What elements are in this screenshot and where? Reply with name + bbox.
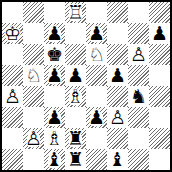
square-e2[interactable] [86, 128, 107, 149]
square-e8[interactable] [86, 2, 107, 23]
white-pawn-a4: ♙ [4, 86, 21, 107]
square-f7[interactable] [107, 23, 128, 44]
square-a4[interactable]: ♙ [2, 86, 23, 107]
square-c6[interactable]: ♚ [44, 44, 65, 65]
square-f2[interactable] [107, 128, 128, 149]
square-b2[interactable]: ♙ [23, 128, 44, 149]
square-f6[interactable] [107, 44, 128, 65]
white-pawn-f3: ♙ [109, 107, 126, 128]
square-f1[interactable]: ♝ [107, 149, 128, 170]
white-bishop-c2: ♗ [46, 128, 63, 149]
square-h8[interactable] [149, 2, 170, 23]
square-d1[interactable]: ♜ [65, 149, 86, 170]
square-h5[interactable] [149, 65, 170, 86]
square-e5[interactable] [86, 65, 107, 86]
black-pawn-e3: ♟ [88, 107, 105, 128]
square-e6[interactable]: ♘ [86, 44, 107, 65]
square-c4[interactable] [44, 86, 65, 107]
white-rook-d8: ♖ [67, 2, 84, 23]
square-g5[interactable] [128, 65, 149, 86]
square-h7[interactable]: ♟ [149, 23, 170, 44]
square-b4[interactable] [23, 86, 44, 107]
square-h6[interactable] [149, 44, 170, 65]
square-b7[interactable] [23, 23, 44, 44]
square-d5[interactable]: ♟ [65, 65, 86, 86]
square-b8[interactable] [23, 2, 44, 23]
square-h3[interactable] [149, 107, 170, 128]
square-d2[interactable]: ♜ [65, 128, 86, 149]
black-bishop-f1: ♝ [109, 149, 126, 170]
square-f8[interactable] [107, 2, 128, 23]
square-a5[interactable] [2, 65, 23, 86]
square-g3[interactable] [128, 107, 149, 128]
square-b3[interactable] [23, 107, 44, 128]
square-h1[interactable] [149, 149, 170, 170]
square-g7[interactable] [128, 23, 149, 44]
square-c8[interactable] [44, 2, 65, 23]
black-pawn-d5: ♟ [67, 65, 84, 86]
square-c5[interactable]: ♟ [44, 65, 65, 86]
square-d4[interactable]: ♗ [65, 86, 86, 107]
white-knight-e6: ♘ [88, 44, 105, 65]
square-a7[interactable]: ♔ [2, 23, 23, 44]
square-g1[interactable] [128, 149, 149, 170]
square-h4[interactable] [149, 86, 170, 107]
square-f3[interactable]: ♙ [107, 107, 128, 128]
black-pawn-c5: ♟ [46, 65, 63, 86]
square-g2[interactable] [128, 128, 149, 149]
square-a2[interactable] [2, 128, 23, 149]
black-king-c6: ♚ [46, 44, 63, 65]
black-pawn-h7: ♟ [151, 23, 168, 44]
square-c2[interactable]: ♗ [44, 128, 65, 149]
square-c7[interactable]: ♟ [44, 23, 65, 44]
black-rook-d2: ♜ [67, 128, 84, 149]
square-h2[interactable] [149, 128, 170, 149]
square-e1[interactable] [86, 149, 107, 170]
white-bishop-d4: ♗ [67, 86, 84, 107]
black-pawn-c3: ♟ [46, 107, 63, 128]
square-f5[interactable]: ♟ [107, 65, 128, 86]
square-a8[interactable] [2, 2, 23, 23]
square-a1[interactable] [2, 149, 23, 170]
black-pawn-f5: ♟ [109, 65, 126, 86]
white-king-a7: ♔ [4, 23, 21, 44]
square-b5[interactable]: ♘ [23, 65, 44, 86]
square-c3[interactable]: ♟ [44, 107, 65, 128]
chess-board: ♖♔♟♟♟♚♘♙♘♟♟♟♙♗♞♟♟♙♙♗♜♝♜♝ [0, 0, 172, 172]
white-knight-b5: ♘ [25, 65, 42, 86]
square-g6[interactable]: ♙ [128, 44, 149, 65]
square-f4[interactable] [107, 86, 128, 107]
square-d6[interactable] [65, 44, 86, 65]
square-c1[interactable]: ♝ [44, 149, 65, 170]
square-b6[interactable] [23, 44, 44, 65]
black-bishop-c1: ♝ [46, 149, 63, 170]
black-pawn-c7: ♟ [46, 23, 63, 44]
square-d7[interactable] [65, 23, 86, 44]
black-rook-d1: ♜ [67, 149, 84, 170]
square-d3[interactable] [65, 107, 86, 128]
white-pawn-g6: ♙ [130, 44, 147, 65]
square-e4[interactable] [86, 86, 107, 107]
square-e3[interactable]: ♟ [86, 107, 107, 128]
square-g4[interactable]: ♞ [128, 86, 149, 107]
square-b1[interactable] [23, 149, 44, 170]
square-g8[interactable] [128, 2, 149, 23]
square-a3[interactable] [2, 107, 23, 128]
square-d8[interactable]: ♖ [65, 2, 86, 23]
square-e7[interactable]: ♟ [86, 23, 107, 44]
black-knight-g4: ♞ [130, 86, 147, 107]
black-pawn-e7: ♟ [88, 23, 105, 44]
white-pawn-b2: ♙ [25, 128, 42, 149]
square-a6[interactable] [2, 44, 23, 65]
